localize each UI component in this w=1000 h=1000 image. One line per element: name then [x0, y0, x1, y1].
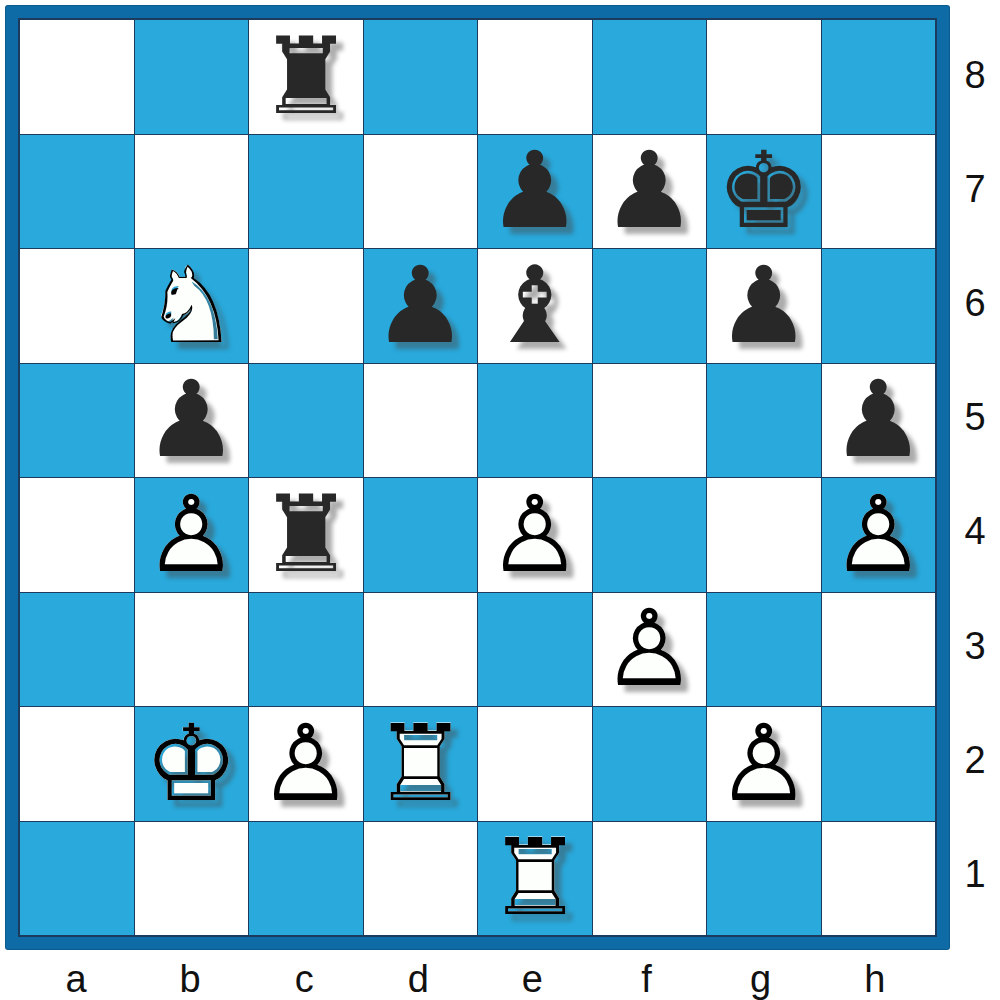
- file-label-c: c: [247, 958, 361, 1000]
- square-h4[interactable]: ♟♙: [822, 478, 936, 592]
- square-d3[interactable]: [364, 593, 478, 707]
- piece-black-rook-c8[interactable]: ♜: [249, 20, 363, 134]
- square-d5[interactable]: [364, 364, 478, 478]
- chess-board-frame: ♜♟♟♚♞♘♟♝♟♟♟♟♙♜♟♙♟♙♟♙♚♔♟♙♜♖♟♙♜♖: [5, 5, 950, 950]
- rank-label-3: 3: [950, 625, 1000, 668]
- square-g7[interactable]: ♚: [707, 135, 821, 249]
- square-d8[interactable]: [364, 20, 478, 134]
- file-label-h: h: [818, 958, 932, 1000]
- piece-white-pawn-b4[interactable]: ♟♙: [135, 478, 249, 592]
- square-h2[interactable]: [822, 707, 936, 821]
- square-h1[interactable]: [822, 822, 936, 936]
- square-e2[interactable]: [478, 707, 592, 821]
- square-g2[interactable]: ♟♙: [707, 707, 821, 821]
- square-d7[interactable]: [364, 135, 478, 249]
- square-a5[interactable]: [20, 364, 134, 478]
- square-h6[interactable]: [822, 249, 936, 363]
- file-label-e: e: [475, 958, 589, 1000]
- black-king-icon: ♚: [707, 135, 821, 249]
- file-label-f: f: [590, 958, 704, 1000]
- square-d1[interactable]: [364, 822, 478, 936]
- square-c7[interactable]: [249, 135, 363, 249]
- square-c4[interactable]: ♜: [249, 478, 363, 592]
- white-rook-outline-icon: ♖: [364, 707, 478, 821]
- square-a2[interactable]: [20, 707, 134, 821]
- rank-label-4: 4: [950, 510, 1000, 553]
- piece-white-rook-d2[interactable]: ♜♖: [364, 707, 478, 821]
- square-h3[interactable]: [822, 593, 936, 707]
- black-bishop-icon: ♝: [478, 249, 592, 363]
- piece-white-king-b2[interactable]: ♚♔: [135, 707, 249, 821]
- square-g6[interactable]: ♟: [707, 249, 821, 363]
- piece-black-pawn-g6[interactable]: ♟: [707, 249, 821, 363]
- square-b5[interactable]: ♟: [135, 364, 249, 478]
- chess-board: ♜♟♟♚♞♘♟♝♟♟♟♟♙♜♟♙♟♙♟♙♚♔♟♙♜♖♟♙♜♖: [18, 18, 937, 937]
- piece-white-pawn-h4[interactable]: ♟♙: [822, 478, 936, 592]
- piece-black-pawn-f7[interactable]: ♟: [593, 135, 707, 249]
- piece-white-pawn-c2[interactable]: ♟♙: [249, 707, 363, 821]
- piece-black-pawn-b5[interactable]: ♟: [135, 364, 249, 478]
- square-a7[interactable]: [20, 135, 134, 249]
- file-label-d: d: [361, 958, 475, 1000]
- rank-label-1: 1: [950, 853, 1000, 896]
- piece-white-pawn-f3[interactable]: ♟♙: [593, 593, 707, 707]
- piece-black-bishop-e6[interactable]: ♝: [478, 249, 592, 363]
- square-e3[interactable]: [478, 593, 592, 707]
- file-label-b: b: [133, 958, 247, 1000]
- white-pawn-outline-icon: ♙: [249, 707, 363, 821]
- square-f8[interactable]: [593, 20, 707, 134]
- black-pawn-icon: ♟: [478, 135, 592, 249]
- white-pawn-outline-icon: ♙: [707, 707, 821, 821]
- black-rook-icon: ♜: [249, 478, 363, 592]
- square-c8[interactable]: ♜: [249, 20, 363, 134]
- square-g5[interactable]: [707, 364, 821, 478]
- square-g3[interactable]: [707, 593, 821, 707]
- rank-label-6: 6: [950, 282, 1000, 325]
- piece-white-rook-e1[interactable]: ♜♖: [478, 822, 592, 936]
- square-a6[interactable]: [20, 249, 134, 363]
- square-b1[interactable]: [135, 822, 249, 936]
- black-pawn-icon: ♟: [707, 249, 821, 363]
- square-b8[interactable]: [135, 20, 249, 134]
- rank-label-8: 8: [950, 54, 1000, 97]
- piece-white-pawn-e4[interactable]: ♟♙: [478, 478, 592, 592]
- square-g1[interactable]: [707, 822, 821, 936]
- square-e6[interactable]: ♝: [478, 249, 592, 363]
- piece-white-knight-b6[interactable]: ♞♘: [135, 249, 249, 363]
- square-e4[interactable]: ♟♙: [478, 478, 592, 592]
- white-pawn-outline-icon: ♙: [593, 593, 707, 707]
- rank-label-2: 2: [950, 739, 1000, 782]
- square-a4[interactable]: [20, 478, 134, 592]
- square-b2[interactable]: ♚♔: [135, 707, 249, 821]
- square-g4[interactable]: [707, 478, 821, 592]
- black-pawn-icon: ♟: [364, 249, 478, 363]
- square-b4[interactable]: ♟♙: [135, 478, 249, 592]
- square-e1[interactable]: ♜♖: [478, 822, 592, 936]
- square-b3[interactable]: [135, 593, 249, 707]
- square-f3[interactable]: ♟♙: [593, 593, 707, 707]
- piece-black-pawn-e7[interactable]: ♟: [478, 135, 592, 249]
- square-c1[interactable]: [249, 822, 363, 936]
- square-d4[interactable]: [364, 478, 478, 592]
- white-pawn-outline-icon: ♙: [478, 478, 592, 592]
- rank-label-5: 5: [950, 396, 1000, 439]
- piece-black-rook-c4[interactable]: ♜: [249, 478, 363, 592]
- square-a8[interactable]: [20, 20, 134, 134]
- black-pawn-icon: ♟: [135, 364, 249, 478]
- piece-black-king-g7[interactable]: ♚: [707, 135, 821, 249]
- white-rook-outline-icon: ♖: [478, 822, 592, 936]
- rank-label-7: 7: [950, 168, 1000, 211]
- white-pawn-outline-icon: ♙: [822, 478, 936, 592]
- piece-black-pawn-h5[interactable]: ♟: [822, 364, 936, 478]
- square-c3[interactable]: [249, 593, 363, 707]
- square-c6[interactable]: [249, 249, 363, 363]
- square-b7[interactable]: [135, 135, 249, 249]
- white-knight-outline-icon: ♘: [135, 249, 249, 363]
- square-f5[interactable]: [593, 364, 707, 478]
- square-f6[interactable]: [593, 249, 707, 363]
- square-e8[interactable]: [478, 20, 592, 134]
- square-f4[interactable]: [593, 478, 707, 592]
- black-rook-icon: ♜: [249, 20, 363, 134]
- piece-black-pawn-d6[interactable]: ♟: [364, 249, 478, 363]
- file-label-g: g: [704, 958, 818, 1000]
- square-c2[interactable]: ♟♙: [249, 707, 363, 821]
- black-pawn-icon: ♟: [822, 364, 936, 478]
- square-c5[interactable]: [249, 364, 363, 478]
- square-f7[interactable]: ♟: [593, 135, 707, 249]
- square-a3[interactable]: [20, 593, 134, 707]
- white-king-outline-icon: ♔: [135, 707, 249, 821]
- file-label-a: a: [19, 958, 133, 1000]
- square-h7[interactable]: [822, 135, 936, 249]
- square-e5[interactable]: [478, 364, 592, 478]
- square-f2[interactable]: [593, 707, 707, 821]
- piece-white-pawn-g2[interactable]: ♟♙: [707, 707, 821, 821]
- square-h8[interactable]: [822, 20, 936, 134]
- square-g8[interactable]: [707, 20, 821, 134]
- square-b6[interactable]: ♞♘: [135, 249, 249, 363]
- square-e7[interactable]: ♟: [478, 135, 592, 249]
- square-a1[interactable]: [20, 822, 134, 936]
- square-h5[interactable]: ♟: [822, 364, 936, 478]
- square-d6[interactable]: ♟: [364, 249, 478, 363]
- white-pawn-outline-icon: ♙: [135, 478, 249, 592]
- square-f1[interactable]: [593, 822, 707, 936]
- square-d2[interactable]: ♜♖: [364, 707, 478, 821]
- black-pawn-icon: ♟: [593, 135, 707, 249]
